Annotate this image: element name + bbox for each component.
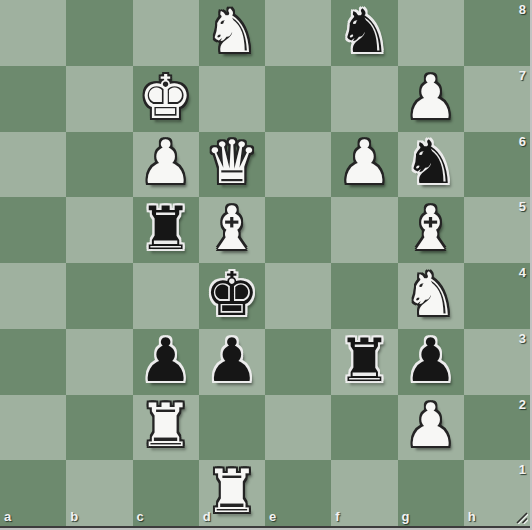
square-a8[interactable] (0, 0, 66, 66)
rank-label-2: 2 (519, 398, 526, 411)
square-d4[interactable]: ♚ (199, 263, 265, 329)
chess-board: ♞♞8♚♟7♟♛♟♞6♜♝♝5♚♞4♟♟♜♟3♜♟2abc♜defgh1 (0, 0, 530, 528)
square-h1[interactable]: h1 (464, 460, 530, 526)
piece-black-pawn-c3[interactable]: ♟ (139, 330, 193, 390)
square-g5[interactable]: ♝ (398, 197, 464, 263)
square-g3[interactable]: ♟ (398, 329, 464, 395)
piece-white-knight-d8[interactable]: ♞ (205, 1, 259, 61)
square-h5[interactable]: 5 (464, 197, 530, 263)
square-h8[interactable]: 8 (464, 0, 530, 66)
square-a6[interactable] (0, 132, 66, 198)
piece-black-knight-f8[interactable]: ♞ (337, 1, 391, 61)
square-g6[interactable]: ♞ (398, 132, 464, 198)
piece-black-rook-f3[interactable]: ♜ (337, 330, 391, 390)
square-b2[interactable] (66, 395, 132, 461)
square-e5[interactable] (265, 197, 331, 263)
piece-white-bishop-g5[interactable]: ♝ (404, 198, 458, 258)
square-b8[interactable] (66, 0, 132, 66)
square-g7[interactable]: ♟ (398, 66, 464, 132)
square-c3[interactable]: ♟ (133, 329, 199, 395)
chess-board-widget: ♞♞8♚♟7♟♛♟♞6♜♝♝5♚♞4♟♟♜♟3♜♟2abc♜defgh1 (0, 0, 532, 530)
file-label-e: e (269, 510, 276, 523)
square-d5[interactable]: ♝ (199, 197, 265, 263)
square-b6[interactable] (66, 132, 132, 198)
square-b4[interactable] (66, 263, 132, 329)
square-c4[interactable] (133, 263, 199, 329)
piece-black-rook-c5[interactable]: ♜ (139, 198, 193, 258)
piece-white-pawn-f6[interactable]: ♟ (337, 132, 391, 192)
square-e4[interactable] (265, 263, 331, 329)
piece-white-pawn-c6[interactable]: ♟ (139, 132, 193, 192)
piece-white-bishop-d5[interactable]: ♝ (205, 198, 259, 258)
rank-label-1: 1 (519, 463, 526, 476)
square-f2[interactable] (331, 395, 397, 461)
square-h4[interactable]: 4 (464, 263, 530, 329)
square-g8[interactable] (398, 0, 464, 66)
square-d6[interactable]: ♛ (199, 132, 265, 198)
square-h2[interactable]: 2 (464, 395, 530, 461)
rank-label-6: 6 (519, 135, 526, 148)
resize-handle-icon[interactable] (514, 510, 528, 524)
square-f8[interactable]: ♞ (331, 0, 397, 66)
square-h3[interactable]: 3 (464, 329, 530, 395)
piece-black-knight-g6[interactable]: ♞ (404, 132, 458, 192)
square-d8[interactable]: ♞ (199, 0, 265, 66)
square-e1[interactable]: e (265, 460, 331, 526)
square-f1[interactable]: f (331, 460, 397, 526)
square-f4[interactable] (331, 263, 397, 329)
piece-black-pawn-g3[interactable]: ♟ (404, 330, 458, 390)
square-b5[interactable] (66, 197, 132, 263)
file-label-d: d (203, 510, 211, 523)
square-e6[interactable] (265, 132, 331, 198)
rank-label-5: 5 (519, 200, 526, 213)
square-d1[interactable]: ♜d (199, 460, 265, 526)
square-a1[interactable]: a (0, 460, 66, 526)
square-d7[interactable] (199, 66, 265, 132)
piece-white-rook-d1[interactable]: ♜ (205, 461, 259, 521)
piece-black-king-d4[interactable]: ♚ (205, 264, 259, 324)
square-c5[interactable]: ♜ (133, 197, 199, 263)
square-a4[interactable] (0, 263, 66, 329)
file-label-h: h (468, 510, 476, 523)
square-d3[interactable]: ♟ (199, 329, 265, 395)
square-b1[interactable]: b (66, 460, 132, 526)
square-a5[interactable] (0, 197, 66, 263)
square-b7[interactable] (66, 66, 132, 132)
piece-black-pawn-d3[interactable]: ♟ (205, 330, 259, 390)
file-label-g: g (402, 510, 410, 523)
square-a2[interactable] (0, 395, 66, 461)
square-e8[interactable] (265, 0, 331, 66)
square-h7[interactable]: 7 (464, 66, 530, 132)
square-a7[interactable] (0, 66, 66, 132)
file-label-c: c (137, 510, 144, 523)
square-c8[interactable] (133, 0, 199, 66)
square-f7[interactable] (331, 66, 397, 132)
square-c6[interactable]: ♟ (133, 132, 199, 198)
file-label-b: b (70, 510, 78, 523)
piece-white-pawn-g7[interactable]: ♟ (404, 67, 458, 127)
square-f6[interactable]: ♟ (331, 132, 397, 198)
square-c1[interactable]: c (133, 460, 199, 526)
square-e7[interactable] (265, 66, 331, 132)
rank-label-8: 8 (519, 3, 526, 16)
square-g1[interactable]: g (398, 460, 464, 526)
square-e3[interactable] (265, 329, 331, 395)
square-f3[interactable]: ♜ (331, 329, 397, 395)
square-d2[interactable] (199, 395, 265, 461)
file-label-a: a (4, 510, 11, 523)
square-g4[interactable]: ♞ (398, 263, 464, 329)
rank-label-3: 3 (519, 332, 526, 345)
square-c2[interactable]: ♜ (133, 395, 199, 461)
square-b3[interactable] (66, 329, 132, 395)
square-e2[interactable] (265, 395, 331, 461)
square-c7[interactable]: ♚ (133, 66, 199, 132)
piece-white-queen-d6[interactable]: ♛ (205, 132, 259, 192)
file-label-f: f (335, 510, 339, 523)
piece-white-king-c7[interactable]: ♚ (139, 67, 193, 127)
piece-white-rook-c2[interactable]: ♜ (139, 395, 193, 455)
piece-white-knight-g4[interactable]: ♞ (404, 264, 458, 324)
rank-label-4: 4 (519, 266, 526, 279)
square-a3[interactable] (0, 329, 66, 395)
square-g2[interactable]: ♟ (398, 395, 464, 461)
square-h6[interactable]: 6 (464, 132, 530, 198)
piece-white-pawn-g2[interactable]: ♟ (404, 395, 458, 455)
rank-label-7: 7 (519, 69, 526, 82)
square-f5[interactable] (331, 197, 397, 263)
